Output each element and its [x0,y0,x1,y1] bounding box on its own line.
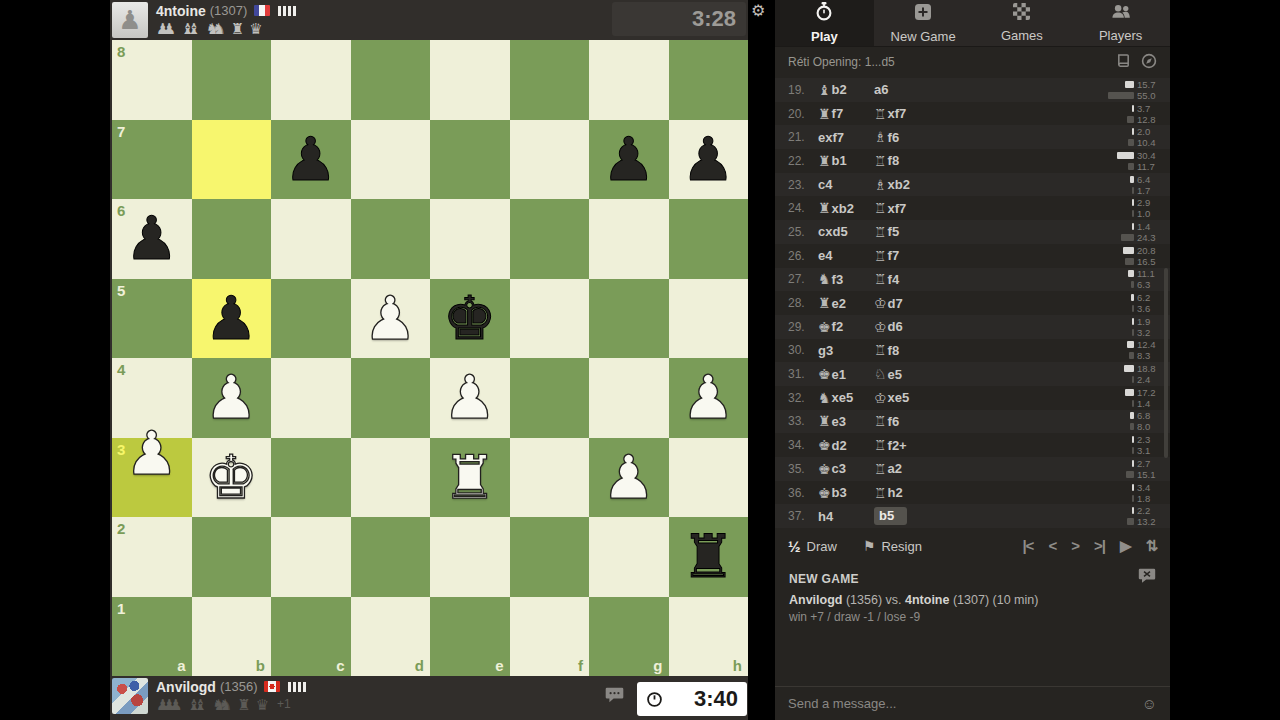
time-bar [1132,305,1134,312]
square-b5[interactable]: ♟ [192,279,272,359]
time-bar [1132,484,1134,491]
time-seconds: 13.2 [1137,516,1164,527]
square-a2[interactable]: 2 [112,517,192,597]
autoplay-button[interactable]: ▶ [1120,537,1131,555]
square-g1[interactable]: g [589,597,669,677]
opening-book-icon[interactable] [1116,53,1131,72]
square-g6[interactable] [589,199,669,279]
move-row-29: 29.♚f2♔d61.93.2 [775,315,1170,339]
time-seconds: 1.8 [1137,493,1164,504]
move-navigation: |<<>>|▶⇅ [1022,537,1157,555]
move-text: d6 [888,319,903,334]
move-29-black[interactable]: ♔d6 [874,319,1090,335]
time-bar [1132,460,1134,467]
move-text: f2+ [888,438,907,453]
square-b6[interactable] [192,199,272,279]
file-label-e: e [495,657,503,674]
r-piece-icon: ♖ [874,224,887,240]
move-25-black[interactable]: ♖f5 [874,224,1090,240]
square-h1[interactable]: h [669,597,749,677]
square-h3[interactable] [669,438,749,518]
move-times: 1.93.2 [1090,316,1164,337]
go-to-start-button[interactable]: |< [1022,537,1033,555]
move-text: d2 [832,438,847,453]
move-24-white[interactable]: ♜xb2 [818,200,874,216]
square-f5[interactable] [510,279,590,359]
square-e2[interactable] [430,517,510,597]
bottom-player-avatar[interactable] [112,678,148,714]
time-seconds: 16.5 [1137,256,1164,267]
r-piece-icon: ♖ [874,413,887,429]
time-bar [1128,139,1134,146]
move-19-black[interactable]: a6 [874,82,1090,97]
time-seconds: 3.2 [1137,327,1164,338]
r-piece-icon: ♖ [874,485,887,501]
opening-name-row: Réti Opening: 1...d5 [775,48,1170,76]
r-piece-icon: ♖ [874,248,887,264]
chat-message-input[interactable] [775,696,1129,711]
move-text: xb2 [888,177,910,192]
move-text: xb2 [832,201,854,216]
time-bar [1130,176,1134,183]
time-bar [1131,281,1134,288]
square-b3[interactable]: ♚ [192,438,272,518]
move-text: e5 [888,367,902,382]
piece-wP-h4[interactable]: ♟ [669,358,749,438]
time-seconds: 17.2 [1137,387,1164,398]
move-row-34: 34.♚d2♖f2+2.33.1 [775,433,1170,457]
move-21-black[interactable]: ♗f6 [874,129,1090,145]
move-28-black[interactable]: ♔d7 [874,295,1090,311]
move-23-white[interactable]: c4 [818,177,874,192]
move-row-20: 20.♜f7♖xf73.712.8 [775,102,1170,126]
move-text: f3 [832,272,844,287]
piece-bK-e5[interactable]: ♚ [430,279,510,359]
tab-new-game[interactable]: New Game [874,0,973,46]
move-text: g3 [818,343,833,358]
time-bar [1132,376,1134,383]
resign-flag-icon: ⚑ [863,538,876,554]
move-36-black[interactable]: ♖h2 [874,485,1090,501]
move-list: 19.♝b2a615.755.020.♜f7♖xf73.712.821.exf7… [775,78,1170,528]
square-f3[interactable] [510,438,590,518]
file-label-b: b [256,657,265,674]
square-f2[interactable] [510,517,590,597]
piece-wR-e3[interactable]: ♜ [430,438,510,518]
time-seconds: 1.4 [1137,398,1164,409]
move-times: 2.715.1 [1090,458,1164,479]
square-a3[interactable]: 3♟ [112,438,192,518]
square-c6[interactable] [271,199,351,279]
square-c3[interactable] [271,438,351,518]
chat-area: NEW GAME Anvilogd (1356) vs. 4ntoine (13… [775,560,1170,684]
top-player-clock: 3:28 [612,2,746,36]
r-piece-icon: ♖ [874,437,887,453]
time-bar [1132,318,1134,325]
rank-label-6: 6 [117,202,125,219]
square-e8[interactable] [430,40,510,120]
move-row-23: 23.c4♗xb26.41.7 [775,173,1170,197]
k-piece-icon: ♚ [818,437,831,453]
move-35-white[interactable]: ♚c3 [818,461,874,477]
time-bar [1128,163,1134,170]
time-seconds: 11.7 [1137,161,1164,172]
move-19-white[interactable]: ♝b2 [818,82,874,98]
square-d7[interactable] [351,120,431,200]
move-35-black[interactable]: ♖a2 [874,461,1090,477]
canada-flag-icon [264,681,280,692]
rank-label-5: 5 [117,282,125,299]
move-25-white[interactable]: cxd5 [818,224,874,239]
move-27-white[interactable]: ♞f3 [818,271,874,287]
square-c1[interactable]: c [271,597,351,677]
square-a1[interactable]: 1a [112,597,192,677]
move-30-black[interactable]: ♖f8 [874,342,1090,358]
square-c5[interactable] [271,279,351,359]
move-row-31: 31.♚e1♘e518.82.4 [775,362,1170,386]
square-h5[interactable] [669,279,749,359]
square-e5[interactable]: ♚ [430,279,510,359]
square-d2[interactable] [351,517,431,597]
move-times: 6.88.0 [1090,411,1164,432]
square-h6[interactable] [669,199,749,279]
square-a7[interactable]: 7 [112,120,192,200]
game-line-text: (1307) (10 min) [949,593,1038,607]
move-times: 2.213.2 [1090,506,1164,527]
square-h2[interactable]: ♜ [669,517,749,597]
piece-bP-c7[interactable]: ♟ [271,120,351,200]
time-seconds: 6.8 [1137,410,1164,421]
square-c2[interactable] [271,517,351,597]
time-seconds: 2.3 [1137,434,1164,445]
piece-wP-b4[interactable]: ♟ [192,358,272,438]
square-a5[interactable]: 5 [112,279,192,359]
piece-bP-b5[interactable]: ♟ [192,279,272,359]
r-piece-icon: ♖ [874,200,887,216]
move-37-black[interactable]: b5 [874,507,1090,525]
move-times: 1.424.3 [1090,221,1164,242]
move-20-black[interactable]: ♖xf7 [874,106,1090,122]
square-h4[interactable]: ♟ [669,358,749,438]
move-row-21: 21.exf7♗f62.010.4 [775,125,1170,149]
bottom-player-name[interactable]: Anvilogd [156,679,216,695]
move-36-white[interactable]: ♚b3 [818,485,874,501]
r-piece-icon: ♖ [874,271,887,287]
move-31-black[interactable]: ♘e5 [874,366,1090,382]
time-bar [1124,365,1134,372]
move-row-27: 27.♞f3♖f411.16.3 [775,268,1170,292]
time-seconds: 55.0 [1137,90,1164,101]
b-piece-icon: ♗ [874,177,887,193]
square-g2[interactable] [589,517,669,597]
square-f7[interactable] [510,120,590,200]
time-seconds: 2.9 [1137,197,1164,208]
move-times: 30.411.7 [1090,150,1164,171]
move-37-white[interactable]: h4 [818,509,874,524]
move-31-white[interactable]: ♚e1 [818,366,874,382]
go-to-end-button[interactable]: >| [1094,537,1105,555]
side-panel: Play New Game Games Players [775,0,1170,720]
tab-players[interactable]: Players [1071,0,1170,46]
square-b7[interactable] [192,120,272,200]
r-piece-icon: ♜ [818,153,831,169]
square-a6[interactable]: 6♟ [112,199,192,279]
piece-wP-a3[interactable]: ♟ [112,414,192,494]
square-d6[interactable] [351,199,431,279]
move-text: a6 [874,82,888,97]
move-text: e1 [832,367,846,382]
connection-bars-icon [288,682,306,692]
move-23-black[interactable]: ♗xb2 [874,177,1090,193]
b-piece-icon: ♗ [874,129,887,145]
chess-board[interactable]: 87♟♟♟6♟5♟♟♚4♟♟♟3♟♚♜♟2♜1abcdefgh [112,40,748,676]
move-text: e3 [832,414,846,429]
current-move: b5 [874,507,907,525]
opening-name[interactable]: Réti Opening: 1...d5 [788,55,895,69]
time-seconds: 3.7 [1137,103,1164,114]
piece-bR-h2[interactable]: ♜ [669,517,749,597]
move-times: 11.16.3 [1090,269,1164,290]
tab-play[interactable]: Play [775,0,874,46]
time-seconds: 6.4 [1137,174,1164,185]
move-text: f5 [888,224,900,239]
square-c8[interactable] [271,40,351,120]
move-text: cxd5 [818,224,848,239]
move-22-black[interactable]: ♖f8 [874,153,1090,169]
square-b8[interactable] [192,40,272,120]
time-seconds: 8.0 [1137,421,1164,432]
tab-games[interactable]: Games [973,0,1072,46]
square-d3[interactable] [351,438,431,518]
settings-gear-icon[interactable]: ⚙ [751,2,765,20]
square-f8[interactable] [510,40,590,120]
piece-wP-g3[interactable]: ♟ [589,438,669,518]
time-seconds: 30.4 [1137,150,1164,161]
square-e1[interactable]: e [430,597,510,677]
move-number: 28. [788,296,818,310]
move-text: f4 [888,272,900,287]
explorer-compass-icon[interactable] [1141,53,1157,72]
material-advantage: +1 [277,697,291,711]
clock-icon [646,691,663,708]
square-f6[interactable] [510,199,590,279]
move-row-26: 26.e4♖f720.816.5 [775,244,1170,268]
time-bar [1123,247,1134,254]
move-22-white[interactable]: ♜b1 [818,153,874,169]
move-number: 19. [788,83,818,97]
square-d1[interactable]: d [351,597,431,677]
captured-n-group: ♞♞ [212,697,232,712]
square-d4[interactable] [351,358,431,438]
n-piece-icon: ♞ [818,390,831,406]
time-seconds: 1.0 [1137,208,1164,219]
square-g4[interactable] [589,358,669,438]
piece-wK-b3[interactable]: ♚ [192,438,272,518]
move-text: h2 [888,485,903,500]
time-seconds: 3.1 [1137,445,1164,456]
r-piece-icon: ♖ [874,342,887,358]
chat-input-row: ☺ [775,686,1170,720]
move-number: 23. [788,178,818,192]
top-player-name[interactable]: 4ntoine [156,3,206,19]
square-f4[interactable] [510,358,590,438]
move-text: f7 [832,106,844,121]
time-bar [1125,258,1134,265]
n-piece-icon: ♘ [874,366,887,382]
move-21-white[interactable]: exf7 [818,130,874,145]
piece-wP-e4[interactable]: ♟ [430,358,510,438]
square-h8[interactable] [669,40,749,120]
time-bar [1131,294,1134,301]
move-text: exf7 [818,130,844,145]
captured-r-group: ♜ [231,21,244,36]
r-piece-icon: ♖ [874,461,887,477]
move-number: 26. [788,249,818,263]
time-bar [1132,507,1134,514]
time-seconds: 12.8 [1137,114,1164,125]
move-number: 25. [788,225,818,239]
time-bar [1132,187,1134,194]
square-b4[interactable]: ♟ [192,358,272,438]
time-bar [1129,352,1134,359]
move-text: f2 [832,319,844,334]
square-g5[interactable] [589,279,669,359]
top-player-rating: (1307) [210,3,248,18]
piece-bP-g7[interactable]: ♟ [589,120,669,200]
move-26-black[interactable]: ♖f7 [874,248,1090,264]
flip-board-button[interactable]: ⇅ [1145,537,1157,555]
move-24-black[interactable]: ♖xf7 [874,200,1090,216]
square-h7[interactable]: ♟ [669,120,749,200]
time-seconds: 20.8 [1137,245,1164,256]
time-bar [1130,423,1134,430]
k-piece-icon: ♚ [818,485,831,501]
square-g7[interactable]: ♟ [589,120,669,200]
move-32-black[interactable]: ♔xe5 [874,390,1090,406]
move-number: 29. [788,320,818,334]
square-e7[interactable] [430,120,510,200]
move-33-black[interactable]: ♖f6 [874,413,1090,429]
file-label-c: c [336,657,344,674]
square-e4[interactable]: ♟ [430,358,510,438]
file-label-h: h [733,657,742,674]
move-text: f6 [888,414,900,429]
step-forward-button[interactable]: > [1071,537,1079,555]
top-player-bar: ♟ 4ntoine (1307) ♟♟♝♝♞♞♜♛ 3:28 [110,0,748,38]
move-row-19: 19.♝b2a615.755.0 [775,78,1170,102]
move-text: f6 [888,130,900,145]
time-bar [1127,341,1134,348]
move-text: h4 [818,509,833,524]
move-28-white[interactable]: ♜e2 [818,295,874,311]
time-seconds: 1.9 [1137,316,1164,327]
move-text: xe5 [888,390,910,405]
step-back-button[interactable]: < [1048,537,1056,555]
captured-r-group: ♜ [237,697,250,712]
time-seconds: 18.8 [1137,363,1164,374]
rank-label-2: 2 [117,520,125,537]
time-bar [1108,92,1134,99]
square-c7[interactable]: ♟ [271,120,351,200]
move-number: 30. [788,343,818,357]
stopwatch-icon [815,2,833,25]
time-bar [1132,436,1134,443]
player-name: 4ntoine [905,593,949,607]
move-text: xf7 [888,106,907,121]
chat-muted-icon[interactable] [1138,568,1156,588]
move-number: 35. [788,462,818,476]
move-30-white[interactable]: g3 [818,343,874,358]
time-bar [1132,400,1134,407]
move-number: 31. [788,367,818,381]
move-27-black[interactable]: ♖f4 [874,271,1090,287]
move-number: 27. [788,272,818,286]
emoji-smiley-icon[interactable]: ☺ [1142,695,1157,712]
move-34-black[interactable]: ♖f2+ [874,437,1090,453]
chat-game-header: NEW GAME [789,572,1156,586]
k-piece-icon: ♚ [818,366,831,382]
k-piece-icon: ♔ [874,390,887,406]
chat-bubble-icon[interactable] [605,687,624,707]
square-d5[interactable]: ♟ [351,279,431,359]
rank-label-1: 1 [117,600,125,617]
time-bar [1132,329,1134,336]
draw-button[interactable]: ½ Draw [788,538,837,555]
square-d8[interactable] [351,40,431,120]
time-bar [1125,389,1134,396]
square-c4[interactable] [271,358,351,438]
time-bar [1132,210,1134,217]
move-34-white[interactable]: ♚d2 [818,437,874,453]
move-list-scrollbar[interactable] [1164,268,1168,458]
square-g3[interactable]: ♟ [589,438,669,518]
square-e6[interactable] [430,199,510,279]
time-seconds: 12.4 [1137,339,1164,350]
move-20-white[interactable]: ♜f7 [818,106,874,122]
piece-bP-h7[interactable]: ♟ [669,120,749,200]
resign-button[interactable]: ⚑ Resign [863,538,922,554]
checkerboard-icon [1013,3,1030,24]
r-piece-icon: ♜ [818,200,831,216]
move-text: b1 [832,153,847,168]
bottom-player-bar: Anvilogd (1356) ♟♟♟♝♝♞♞♜♛ +1 3:40 [110,676,748,720]
player-name: Anvilogd [789,593,842,607]
move-33-white[interactable]: ♜e3 [818,413,874,429]
time-bar [1132,223,1134,230]
move-29-white[interactable]: ♚f2 [818,319,874,335]
square-a8[interactable]: 8 [112,40,192,120]
piece-wP-d5[interactable]: ♟ [351,279,431,359]
move-number: 36. [788,486,818,500]
file-label-d: d [415,657,424,674]
square-e3[interactable]: ♜ [430,438,510,518]
rank-label-4: 4 [117,361,125,378]
square-f1[interactable]: f [510,597,590,677]
square-b2[interactable] [192,517,272,597]
move-32-white[interactable]: ♞xe5 [818,390,874,406]
top-player-avatar[interactable]: ♟ [112,2,148,38]
move-26-white[interactable]: e4 [818,248,874,263]
board-column: ♟ 4ntoine (1307) ♟♟♝♝♞♞♜♛ 3:28 87♟♟♟6♟5♟… [110,0,748,720]
time-bar [1127,518,1134,525]
file-label-a: a [177,657,185,674]
time-bar [1132,128,1134,135]
time-seconds: 6.3 [1137,279,1164,290]
k-piece-icon: ♚ [818,319,831,335]
time-seconds: 15.1 [1137,469,1164,480]
square-g8[interactable] [589,40,669,120]
square-b1[interactable]: b [192,597,272,677]
